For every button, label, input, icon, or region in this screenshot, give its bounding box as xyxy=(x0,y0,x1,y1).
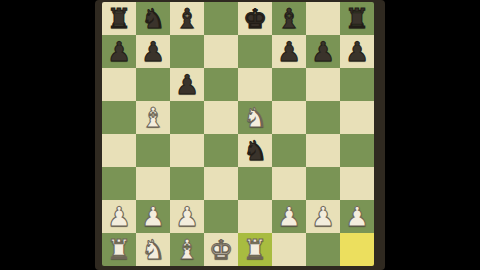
square-f6[interactable] xyxy=(272,68,306,101)
square-d5[interactable] xyxy=(204,101,238,134)
square-d6[interactable] xyxy=(204,68,238,101)
square-d4[interactable] xyxy=(204,134,238,167)
square-a4[interactable] xyxy=(102,134,136,167)
square-f8[interactable]: ♝ xyxy=(272,2,306,35)
right-black-bar xyxy=(385,0,480,270)
black-knight[interactable]: ♞ xyxy=(136,2,170,35)
black-pawn[interactable]: ♟ xyxy=(102,35,136,68)
square-e4[interactable]: ♞ xyxy=(238,134,272,167)
square-a8[interactable]: ♜ xyxy=(102,2,136,35)
black-pawn[interactable]: ♟ xyxy=(306,35,340,68)
square-b5[interactable]: ♝ xyxy=(136,101,170,134)
square-e1[interactable]: ♜ xyxy=(238,233,272,266)
square-h4[interactable] xyxy=(340,134,374,167)
white-bishop[interactable]: ♝ xyxy=(170,233,204,266)
square-h3[interactable] xyxy=(340,167,374,200)
square-b3[interactable] xyxy=(136,167,170,200)
square-e2[interactable] xyxy=(238,200,272,233)
square-f2[interactable]: ♟ xyxy=(272,200,306,233)
square-c8[interactable]: ♝ xyxy=(170,2,204,35)
black-pawn[interactable]: ♟ xyxy=(136,35,170,68)
square-a6[interactable] xyxy=(102,68,136,101)
white-pawn[interactable]: ♟ xyxy=(102,200,136,233)
square-h1[interactable] xyxy=(340,233,374,266)
white-knight[interactable]: ♞ xyxy=(136,233,170,266)
square-a2[interactable]: ♟ xyxy=(102,200,136,233)
white-pawn[interactable]: ♟ xyxy=(306,200,340,233)
black-bishop[interactable]: ♝ xyxy=(272,2,306,35)
square-h5[interactable] xyxy=(340,101,374,134)
square-g5[interactable] xyxy=(306,101,340,134)
square-g8[interactable] xyxy=(306,2,340,35)
left-black-bar xyxy=(0,0,95,270)
square-h2[interactable]: ♟ xyxy=(340,200,374,233)
square-h7[interactable]: ♟ xyxy=(340,35,374,68)
square-h8[interactable]: ♜ xyxy=(340,2,374,35)
square-b1[interactable]: ♞ xyxy=(136,233,170,266)
square-c2[interactable]: ♟ xyxy=(170,200,204,233)
square-g2[interactable]: ♟ xyxy=(306,200,340,233)
square-d2[interactable] xyxy=(204,200,238,233)
square-a7[interactable]: ♟ xyxy=(102,35,136,68)
black-pawn[interactable]: ♟ xyxy=(340,35,374,68)
white-pawn[interactable]: ♟ xyxy=(136,200,170,233)
square-e3[interactable] xyxy=(238,167,272,200)
square-c6[interactable]: ♟ xyxy=(170,68,204,101)
square-e8[interactable]: ♚ xyxy=(238,2,272,35)
square-a3[interactable] xyxy=(102,167,136,200)
square-c5[interactable] xyxy=(170,101,204,134)
square-g1[interactable] xyxy=(306,233,340,266)
white-pawn[interactable]: ♟ xyxy=(340,200,374,233)
square-g6[interactable] xyxy=(306,68,340,101)
square-c7[interactable] xyxy=(170,35,204,68)
white-bishop[interactable]: ♝ xyxy=(136,101,170,134)
square-f5[interactable] xyxy=(272,101,306,134)
square-e6[interactable] xyxy=(238,68,272,101)
square-b8[interactable]: ♞ xyxy=(136,2,170,35)
square-b7[interactable]: ♟ xyxy=(136,35,170,68)
black-knight[interactable]: ♞ xyxy=(238,134,272,167)
white-knight[interactable]: ♞ xyxy=(238,101,272,134)
square-b4[interactable] xyxy=(136,134,170,167)
square-g4[interactable] xyxy=(306,134,340,167)
square-a5[interactable] xyxy=(102,101,136,134)
square-g3[interactable] xyxy=(306,167,340,200)
black-king[interactable]: ♚ xyxy=(238,2,272,35)
square-c1[interactable]: ♝ xyxy=(170,233,204,266)
white-rook[interactable]: ♜ xyxy=(238,233,272,266)
black-bishop[interactable]: ♝ xyxy=(170,2,204,35)
square-d1[interactable]: ♚ xyxy=(204,233,238,266)
square-h6[interactable] xyxy=(340,68,374,101)
square-c3[interactable] xyxy=(170,167,204,200)
square-f7[interactable]: ♟ xyxy=(272,35,306,68)
chess-board[interactable]: ♜♞♝♚♝♜♟♟♟♟♟♟♝♞♞♟♟♟♟♟♟♜♞♝♚♜ xyxy=(102,2,374,266)
square-d7[interactable] xyxy=(204,35,238,68)
black-pawn[interactable]: ♟ xyxy=(272,35,306,68)
square-e5[interactable]: ♞ xyxy=(238,101,272,134)
square-g7[interactable]: ♟ xyxy=(306,35,340,68)
black-rook[interactable]: ♜ xyxy=(340,2,374,35)
square-f1[interactable] xyxy=(272,233,306,266)
white-pawn[interactable]: ♟ xyxy=(272,200,306,233)
square-a1[interactable]: ♜ xyxy=(102,233,136,266)
white-rook[interactable]: ♜ xyxy=(102,233,136,266)
white-pawn[interactable]: ♟ xyxy=(170,200,204,233)
square-b2[interactable]: ♟ xyxy=(136,200,170,233)
square-d3[interactable] xyxy=(204,167,238,200)
square-b6[interactable] xyxy=(136,68,170,101)
black-rook[interactable]: ♜ xyxy=(102,2,136,35)
square-c4[interactable] xyxy=(170,134,204,167)
black-pawn[interactable]: ♟ xyxy=(170,68,204,101)
square-f4[interactable] xyxy=(272,134,306,167)
square-f3[interactable] xyxy=(272,167,306,200)
square-d8[interactable] xyxy=(204,2,238,35)
white-king[interactable]: ♚ xyxy=(204,233,238,266)
square-e7[interactable] xyxy=(238,35,272,68)
